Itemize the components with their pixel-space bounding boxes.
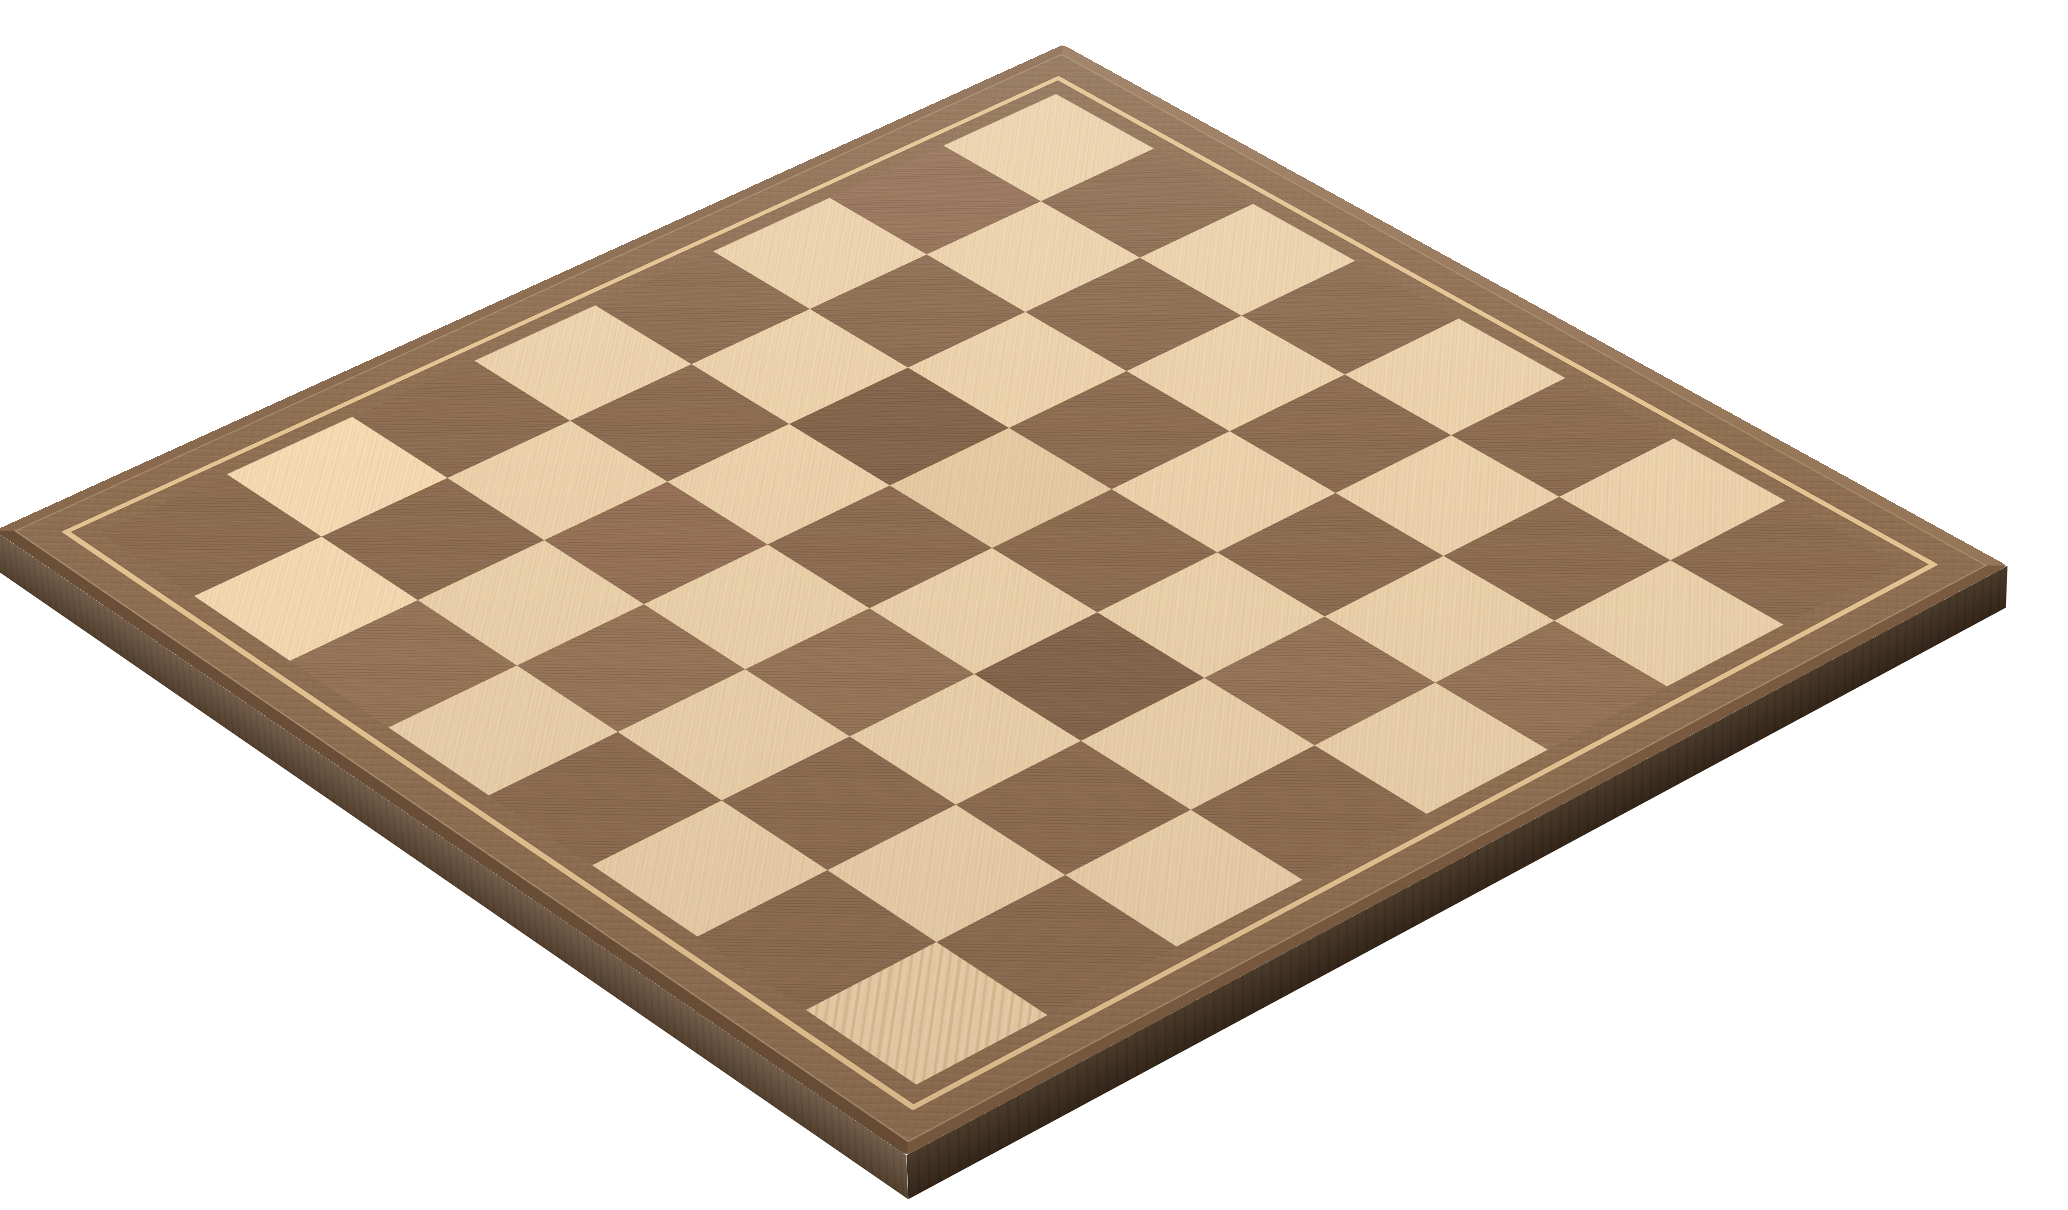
- square-g3: [956, 741, 1191, 875]
- square-e1: [489, 732, 722, 865]
- square-f1: [592, 800, 828, 937]
- square-h4: [1191, 745, 1427, 880]
- square-h7: [1554, 560, 1784, 687]
- square-f5: [1097, 552, 1325, 678]
- square-g6: [1325, 556, 1554, 682]
- square-f2: [722, 736, 956, 870]
- square-f3: [849, 674, 1081, 805]
- square-c1: [290, 600, 517, 727]
- square-e4: [870, 548, 1097, 674]
- chessboard-scene: [0, 0, 2068, 1210]
- square-d3: [644, 544, 870, 669]
- square-e2: [618, 669, 849, 800]
- square-g1: [697, 870, 936, 1010]
- square-g2: [828, 805, 1065, 942]
- playing-field: [100, 94, 1899, 1085]
- square-h3: [1065, 809, 1303, 946]
- square-h1: [805, 942, 1047, 1085]
- square-e3: [745, 608, 974, 736]
- square-g4: [1081, 678, 1314, 809]
- square-g5: [1204, 616, 1435, 745]
- square-h2: [937, 875, 1177, 1015]
- square-d1: [388, 665, 618, 795]
- square-h5: [1314, 682, 1548, 814]
- square-h6: [1435, 620, 1667, 749]
- square-f4: [974, 612, 1204, 740]
- square-d2: [517, 604, 745, 732]
- chessboard: [0, 45, 2007, 1156]
- photo-background: [0, 0, 2068, 1210]
